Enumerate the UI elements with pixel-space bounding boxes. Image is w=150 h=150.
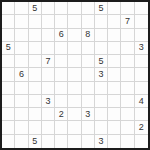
cell-clue[interactable]: 5 xyxy=(95,2,108,15)
cell[interactable] xyxy=(95,108,108,121)
cell-clue[interactable]: 7 xyxy=(42,55,55,68)
cell[interactable] xyxy=(82,68,95,81)
cell[interactable] xyxy=(121,68,134,81)
cell-clue[interactable]: 2 xyxy=(55,108,68,121)
cell[interactable] xyxy=(15,108,28,121)
cell[interactable] xyxy=(42,121,55,134)
cell[interactable] xyxy=(135,55,148,68)
cell[interactable] xyxy=(29,29,42,42)
cell[interactable] xyxy=(29,108,42,121)
cell[interactable] xyxy=(29,121,42,134)
cell[interactable] xyxy=(15,2,28,15)
cell[interactable] xyxy=(68,135,81,148)
cell[interactable] xyxy=(82,82,95,95)
cell-clue[interactable]: 5 xyxy=(95,55,108,68)
cell[interactable] xyxy=(68,42,81,55)
cell[interactable] xyxy=(135,135,148,148)
cell[interactable] xyxy=(29,95,42,108)
cell[interactable] xyxy=(42,135,55,148)
cell[interactable] xyxy=(29,68,42,81)
cell[interactable] xyxy=(68,82,81,95)
cell[interactable] xyxy=(82,15,95,28)
cell[interactable] xyxy=(68,29,81,42)
cell[interactable] xyxy=(95,82,108,95)
puzzle-board: 557685375633423253 xyxy=(0,0,150,150)
cell[interactable] xyxy=(42,82,55,95)
cell[interactable] xyxy=(2,55,15,68)
cell[interactable] xyxy=(135,108,148,121)
cell[interactable] xyxy=(15,55,28,68)
cell[interactable] xyxy=(135,82,148,95)
cell-clue[interactable]: 5 xyxy=(29,2,42,15)
cell[interactable] xyxy=(42,29,55,42)
cell[interactable] xyxy=(2,2,15,15)
cell[interactable] xyxy=(82,121,95,134)
cell[interactable] xyxy=(55,121,68,134)
cell[interactable] xyxy=(121,121,134,134)
cell[interactable] xyxy=(108,15,121,28)
cell[interactable] xyxy=(2,82,15,95)
cell[interactable] xyxy=(55,68,68,81)
cell[interactable] xyxy=(95,15,108,28)
cell[interactable] xyxy=(121,2,134,15)
cell[interactable] xyxy=(121,82,134,95)
cell[interactable] xyxy=(68,15,81,28)
cell[interactable] xyxy=(95,42,108,55)
cell[interactable] xyxy=(68,68,81,81)
cell[interactable] xyxy=(42,2,55,15)
cell-clue[interactable]: 6 xyxy=(55,29,68,42)
cell[interactable] xyxy=(121,29,134,42)
cell[interactable] xyxy=(15,135,28,148)
cell-clue[interactable]: 3 xyxy=(82,108,95,121)
cell[interactable] xyxy=(15,29,28,42)
cell[interactable] xyxy=(2,68,15,81)
cell[interactable] xyxy=(95,95,108,108)
cell-clue[interactable]: 2 xyxy=(135,121,148,134)
cell[interactable] xyxy=(108,68,121,81)
cell[interactable] xyxy=(108,108,121,121)
cell-clue[interactable]: 3 xyxy=(135,42,148,55)
cell-clue[interactable]: 4 xyxy=(135,95,148,108)
cell[interactable] xyxy=(121,95,134,108)
cell[interactable] xyxy=(42,15,55,28)
cell[interactable] xyxy=(55,2,68,15)
cell-clue[interactable]: 3 xyxy=(42,95,55,108)
cell[interactable] xyxy=(135,29,148,42)
cell-clue[interactable]: 3 xyxy=(95,68,108,81)
cell[interactable] xyxy=(68,2,81,15)
cell[interactable] xyxy=(15,95,28,108)
cell[interactable] xyxy=(95,29,108,42)
cell-clue[interactable]: 3 xyxy=(95,135,108,148)
cell[interactable] xyxy=(15,42,28,55)
cell[interactable] xyxy=(108,2,121,15)
cell[interactable] xyxy=(55,15,68,28)
cell[interactable] xyxy=(15,121,28,134)
cell-clue[interactable]: 5 xyxy=(2,42,15,55)
cell[interactable] xyxy=(2,108,15,121)
cell[interactable] xyxy=(82,55,95,68)
cell[interactable] xyxy=(68,121,81,134)
cell[interactable] xyxy=(95,121,108,134)
cell[interactable] xyxy=(55,135,68,148)
cell[interactable] xyxy=(2,135,15,148)
cell[interactable] xyxy=(55,82,68,95)
cell-clue[interactable]: 5 xyxy=(29,135,42,148)
cell[interactable] xyxy=(42,68,55,81)
cell[interactable] xyxy=(29,15,42,28)
cell-clue[interactable]: 6 xyxy=(15,68,28,81)
cell[interactable] xyxy=(42,108,55,121)
cell[interactable] xyxy=(121,55,134,68)
cell[interactable] xyxy=(108,95,121,108)
cell-clue[interactable]: 7 xyxy=(121,15,134,28)
cell[interactable] xyxy=(135,68,148,81)
cell[interactable] xyxy=(55,55,68,68)
cell-clue[interactable]: 8 xyxy=(82,29,95,42)
cell[interactable] xyxy=(68,108,81,121)
cell[interactable] xyxy=(121,108,134,121)
cell[interactable] xyxy=(121,42,134,55)
cell[interactable] xyxy=(82,135,95,148)
cell[interactable] xyxy=(2,29,15,42)
cell[interactable] xyxy=(135,2,148,15)
cell[interactable] xyxy=(42,42,55,55)
cell[interactable] xyxy=(29,82,42,95)
cell[interactable] xyxy=(108,82,121,95)
cell[interactable] xyxy=(108,55,121,68)
cell[interactable] xyxy=(82,42,95,55)
cell[interactable] xyxy=(82,95,95,108)
cell[interactable] xyxy=(2,15,15,28)
cell[interactable] xyxy=(121,135,134,148)
cell[interactable] xyxy=(108,42,121,55)
cell[interactable] xyxy=(29,42,42,55)
cell[interactable] xyxy=(15,82,28,95)
cell[interactable] xyxy=(29,55,42,68)
cell[interactable] xyxy=(108,29,121,42)
cell[interactable] xyxy=(2,95,15,108)
cell[interactable] xyxy=(135,15,148,28)
cell[interactable] xyxy=(15,15,28,28)
cell[interactable] xyxy=(2,121,15,134)
cell[interactable] xyxy=(55,42,68,55)
cell[interactable] xyxy=(108,121,121,134)
cell[interactable] xyxy=(82,2,95,15)
cell[interactable] xyxy=(68,55,81,68)
cell[interactable] xyxy=(108,135,121,148)
cell[interactable] xyxy=(68,95,81,108)
cell[interactable] xyxy=(55,95,68,108)
